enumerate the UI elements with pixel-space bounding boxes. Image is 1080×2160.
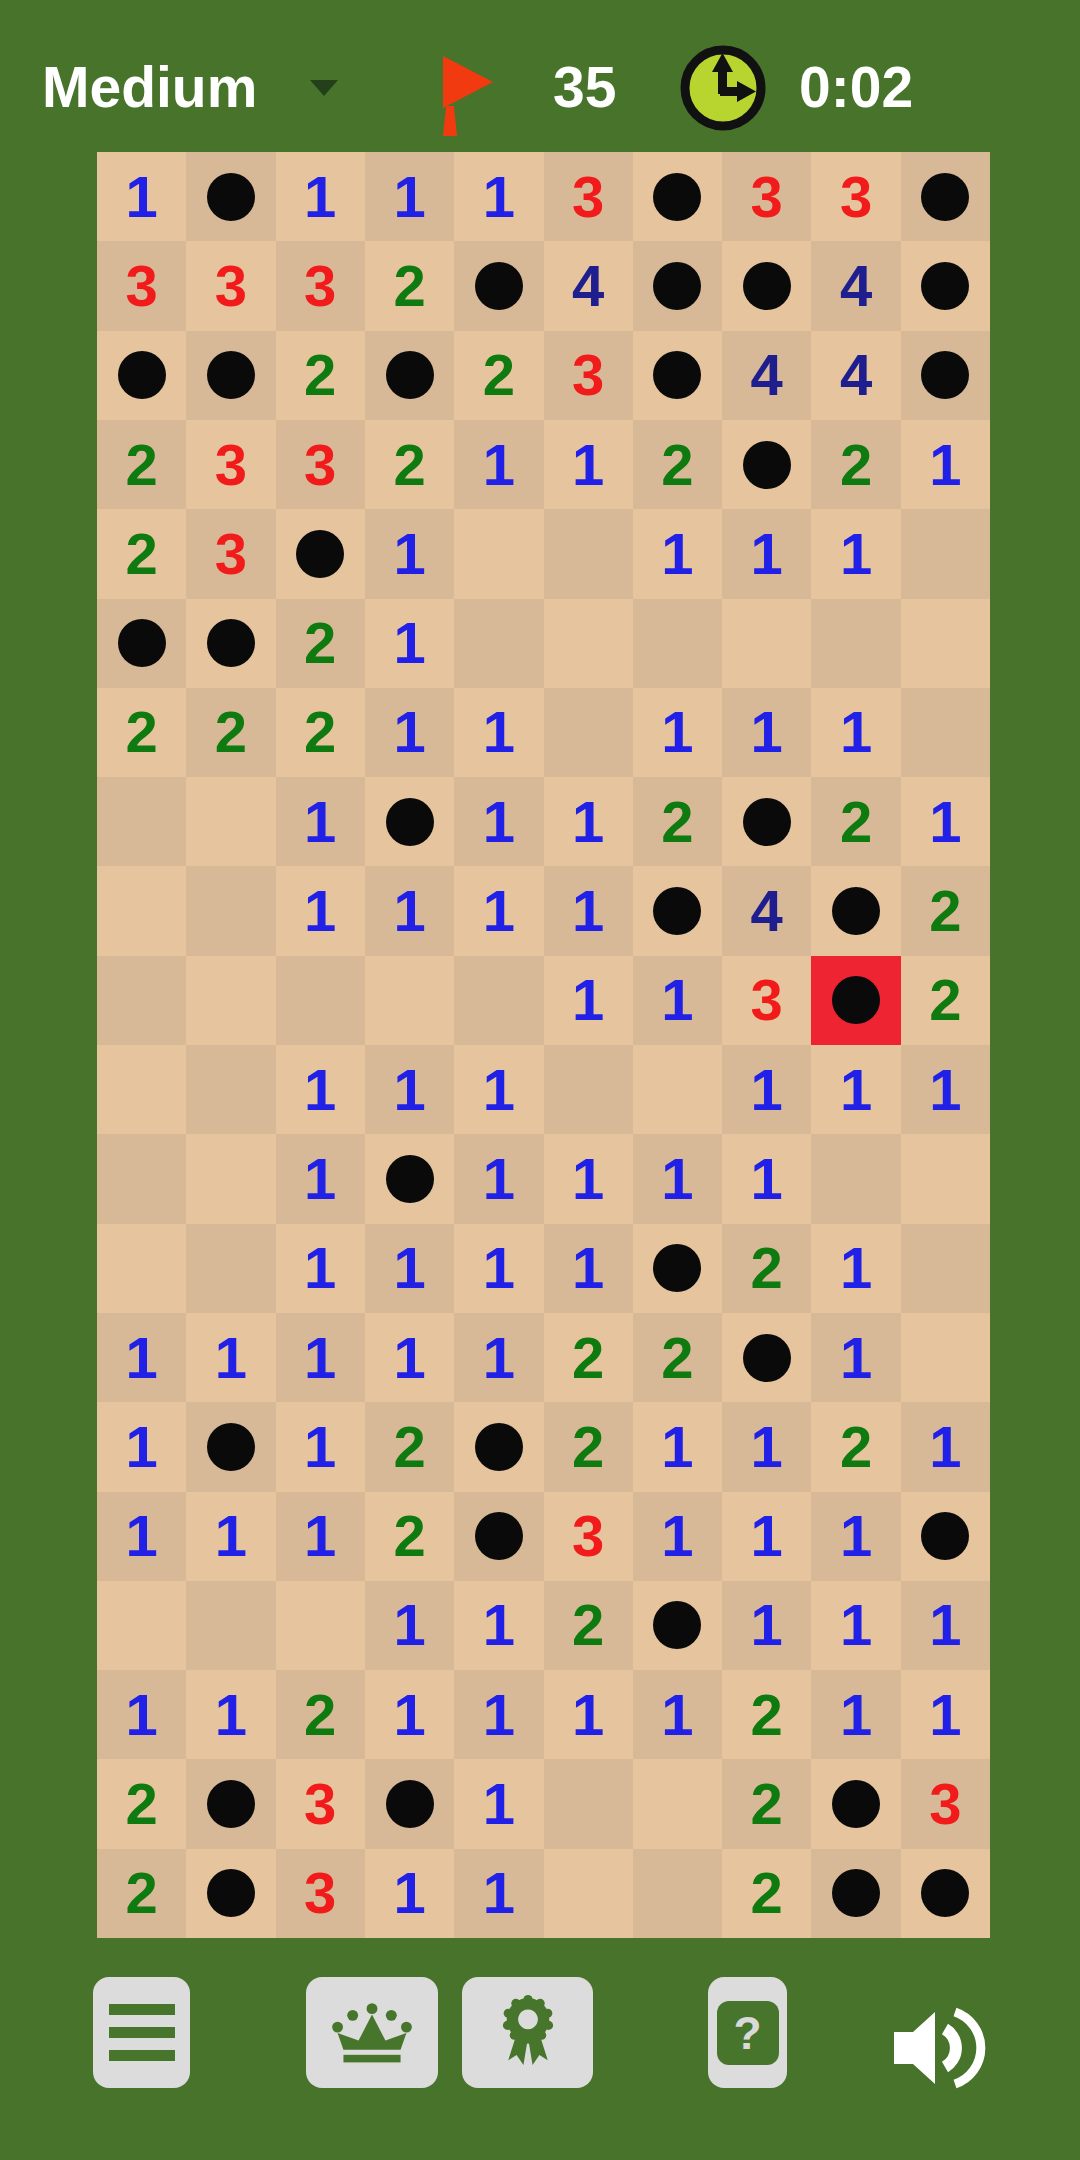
count-1: 1 xyxy=(840,1596,872,1654)
cell-r4c6[interactable]: 1 xyxy=(544,420,633,509)
cell-r9c9[interactable] xyxy=(811,866,900,955)
count-1: 1 xyxy=(126,168,158,226)
cell-r7c1[interactable]: 2 xyxy=(97,688,186,777)
cell-r17c7[interactable] xyxy=(633,1581,722,1670)
cell-r5c8[interactable]: 1 xyxy=(722,509,811,598)
cell-r15c6[interactable]: 2 xyxy=(544,1402,633,1491)
cell-r6c10[interactable] xyxy=(901,599,990,688)
cell-r16c7[interactable]: 1 xyxy=(633,1492,722,1581)
mines-remaining-count: 35 xyxy=(553,54,616,120)
leaderboard-button[interactable] xyxy=(306,1977,438,2088)
count-1: 1 xyxy=(393,525,425,583)
clock-icon xyxy=(679,44,767,132)
cell-r16c6[interactable]: 3 xyxy=(544,1492,633,1581)
cell-r14c7[interactable]: 2 xyxy=(633,1313,722,1402)
count-1: 1 xyxy=(304,1239,336,1297)
cell-r13c9[interactable]: 1 xyxy=(811,1224,900,1313)
count-1: 1 xyxy=(393,1061,425,1119)
cell-r4c10[interactable]: 1 xyxy=(901,420,990,509)
cell-r14c2[interactable]: 1 xyxy=(186,1313,275,1402)
cell-r6c2[interactable] xyxy=(186,599,275,688)
count-4: 4 xyxy=(572,257,604,315)
mine-icon xyxy=(207,1869,255,1917)
cell-r5c1[interactable]: 2 xyxy=(97,509,186,598)
cell-r11c6[interactable] xyxy=(544,1045,633,1134)
cell-r15c9[interactable]: 2 xyxy=(811,1402,900,1491)
cell-r2c3[interactable]: 3 xyxy=(276,241,365,330)
cell-r13c8[interactable]: 2 xyxy=(722,1224,811,1313)
cell-r10c1[interactable] xyxy=(97,956,186,1045)
cell-r16c8[interactable]: 1 xyxy=(722,1492,811,1581)
cell-r17c10[interactable]: 1 xyxy=(901,1581,990,1670)
cell-r1c1[interactable]: 1 xyxy=(97,152,186,241)
cell-r9c8[interactable]: 4 xyxy=(722,866,811,955)
cell-r4c1[interactable]: 2 xyxy=(97,420,186,509)
cell-r15c8[interactable]: 1 xyxy=(722,1402,811,1491)
count-1: 1 xyxy=(304,1418,336,1476)
cell-r9c3[interactable]: 1 xyxy=(276,866,365,955)
cell-r3c6[interactable]: 3 xyxy=(544,331,633,420)
cell-r3c8[interactable]: 4 xyxy=(722,331,811,420)
cell-r19c10[interactable]: 3 xyxy=(901,1759,990,1848)
cell-r10c2[interactable] xyxy=(186,956,275,1045)
cell-r10c10[interactable]: 2 xyxy=(901,956,990,1045)
mine-icon xyxy=(832,1780,880,1828)
count-3: 3 xyxy=(572,1507,604,1565)
count-1: 1 xyxy=(661,971,693,1029)
cell-r11c10[interactable]: 1 xyxy=(901,1045,990,1134)
cell-r11c2[interactable] xyxy=(186,1045,275,1134)
cell-r12c5[interactable]: 1 xyxy=(454,1134,543,1223)
count-2: 2 xyxy=(929,882,961,940)
cell-r13c2[interactable] xyxy=(186,1224,275,1313)
count-1: 1 xyxy=(572,1150,604,1208)
cell-r20c1[interactable]: 2 xyxy=(97,1849,186,1938)
count-2: 2 xyxy=(393,257,425,315)
timer-value: 0:02 xyxy=(799,54,913,120)
cell-r6c9[interactable] xyxy=(811,599,900,688)
cell-r13c10[interactable] xyxy=(901,1224,990,1313)
help-icon: ? xyxy=(717,2001,779,2065)
mine-icon xyxy=(743,441,791,489)
mine-icon xyxy=(207,351,255,399)
cell-r2c10[interactable] xyxy=(901,241,990,330)
cell-r10c4[interactable] xyxy=(365,956,454,1045)
cell-r13c1[interactable] xyxy=(97,1224,186,1313)
cell-r9c1[interactable] xyxy=(97,866,186,955)
count-1: 1 xyxy=(751,1418,783,1476)
cell-r7c3[interactable]: 2 xyxy=(276,688,365,777)
cell-r15c10[interactable]: 1 xyxy=(901,1402,990,1491)
count-1: 1 xyxy=(393,1686,425,1744)
cell-r19c2[interactable] xyxy=(186,1759,275,1848)
cell-r8c6[interactable]: 1 xyxy=(544,777,633,866)
count-2: 2 xyxy=(126,1775,158,1833)
cell-r14c9[interactable]: 1 xyxy=(811,1313,900,1402)
achievements-button[interactable] xyxy=(462,1977,593,2088)
cell-r17c5[interactable]: 1 xyxy=(454,1581,543,1670)
cell-r6c7[interactable] xyxy=(633,599,722,688)
cell-r1c3[interactable]: 1 xyxy=(276,152,365,241)
cell-r19c1[interactable]: 2 xyxy=(97,1759,186,1848)
cell-r8c7[interactable]: 2 xyxy=(633,777,722,866)
cell-r8c8[interactable] xyxy=(722,777,811,866)
cell-r4c8[interactable] xyxy=(722,420,811,509)
cell-r4c5[interactable]: 1 xyxy=(454,420,543,509)
crown-icon xyxy=(330,1999,414,2067)
cell-r1c2[interactable] xyxy=(186,152,275,241)
mine-icon xyxy=(743,798,791,846)
count-1: 1 xyxy=(929,1596,961,1654)
cell-r15c3[interactable]: 1 xyxy=(276,1402,365,1491)
cell-r12c3[interactable]: 1 xyxy=(276,1134,365,1223)
count-1: 1 xyxy=(751,525,783,583)
mine-icon xyxy=(832,1869,880,1917)
cell-r5c5[interactable] xyxy=(454,509,543,598)
cell-r19c5[interactable]: 1 xyxy=(454,1759,543,1848)
count-2: 2 xyxy=(751,1775,783,1833)
mine-icon xyxy=(653,887,701,935)
cell-r19c7[interactable] xyxy=(633,1759,722,1848)
cell-r8c9[interactable]: 2 xyxy=(811,777,900,866)
count-1: 1 xyxy=(483,1329,515,1387)
chevron-down-icon[interactable] xyxy=(310,80,338,96)
cell-r5c10[interactable] xyxy=(901,509,990,598)
cell-r10c7[interactable]: 1 xyxy=(633,956,722,1045)
cell-r10c3[interactable] xyxy=(276,956,365,1045)
cell-r19c8[interactable]: 2 xyxy=(722,1759,811,1848)
count-1: 1 xyxy=(483,1775,515,1833)
sound-on-icon[interactable] xyxy=(888,2002,988,2094)
cell-r9c6[interactable]: 1 xyxy=(544,866,633,955)
cell-r14c10[interactable] xyxy=(901,1313,990,1402)
cell-r6c5[interactable] xyxy=(454,599,543,688)
cell-r1c9[interactable]: 3 xyxy=(811,152,900,241)
count-1: 1 xyxy=(929,1418,961,1476)
cell-r12c1[interactable] xyxy=(97,1134,186,1223)
cell-r4c7[interactable]: 2 xyxy=(633,420,722,509)
cell-r12c6[interactable]: 1 xyxy=(544,1134,633,1223)
cell-r5c9[interactable]: 1 xyxy=(811,509,900,598)
mine-icon xyxy=(386,1780,434,1828)
mine-icon xyxy=(921,262,969,310)
count-1: 1 xyxy=(393,168,425,226)
cell-r13c6[interactable]: 1 xyxy=(544,1224,633,1313)
count-1: 1 xyxy=(304,1507,336,1565)
cell-r11c5[interactable]: 1 xyxy=(454,1045,543,1134)
cell-r1c8[interactable]: 3 xyxy=(722,152,811,241)
menu-button[interactable] xyxy=(93,1977,190,2088)
cell-r18c6[interactable]: 1 xyxy=(544,1670,633,1759)
mine-icon xyxy=(296,530,344,578)
cell-r7c4[interactable]: 1 xyxy=(365,688,454,777)
count-1: 1 xyxy=(126,1507,158,1565)
cell-r18c7[interactable]: 1 xyxy=(633,1670,722,1759)
cell-r18c4[interactable]: 1 xyxy=(365,1670,454,1759)
cell-r9c5[interactable]: 1 xyxy=(454,866,543,955)
cell-r16c3[interactable]: 1 xyxy=(276,1492,365,1581)
cell-r18c5[interactable]: 1 xyxy=(454,1670,543,1759)
cell-r2c8[interactable] xyxy=(722,241,811,330)
cell-r18c10[interactable]: 1 xyxy=(901,1670,990,1759)
cell-r3c7[interactable] xyxy=(633,331,722,420)
cell-r18c2[interactable]: 1 xyxy=(186,1670,275,1759)
count-1: 1 xyxy=(483,1596,515,1654)
count-1: 1 xyxy=(840,703,872,761)
cell-r11c9[interactable]: 1 xyxy=(811,1045,900,1134)
cell-r7c6[interactable] xyxy=(544,688,633,777)
cell-r10c9[interactable] xyxy=(811,956,900,1045)
cell-r20c5[interactable]: 1 xyxy=(454,1849,543,1938)
cell-r13c5[interactable]: 1 xyxy=(454,1224,543,1313)
cell-r11c8[interactable]: 1 xyxy=(722,1045,811,1134)
cell-r4c3[interactable]: 3 xyxy=(276,420,365,509)
count-1: 1 xyxy=(304,168,336,226)
count-1: 1 xyxy=(840,1239,872,1297)
cell-r2c2[interactable]: 3 xyxy=(186,241,275,330)
cell-r11c7[interactable] xyxy=(633,1045,722,1134)
cell-r14c4[interactable]: 1 xyxy=(365,1313,454,1402)
mine-icon xyxy=(653,1244,701,1292)
cell-r5c6[interactable] xyxy=(544,509,633,598)
count-2: 2 xyxy=(840,436,872,494)
cell-r14c6[interactable]: 2 xyxy=(544,1313,633,1402)
mine-icon xyxy=(386,351,434,399)
cell-r20c6[interactable] xyxy=(544,1849,633,1938)
cell-r12c8[interactable]: 1 xyxy=(722,1134,811,1223)
exploded-mine-icon xyxy=(832,976,880,1024)
cell-r17c3[interactable] xyxy=(276,1581,365,1670)
count-2: 2 xyxy=(840,793,872,851)
cell-r7c7[interactable]: 1 xyxy=(633,688,722,777)
cell-r20c2[interactable] xyxy=(186,1849,275,1938)
cell-r2c9[interactable]: 4 xyxy=(811,241,900,330)
cell-r3c3[interactable]: 2 xyxy=(276,331,365,420)
mine-icon xyxy=(743,1334,791,1382)
count-2: 2 xyxy=(304,703,336,761)
cell-r3c9[interactable]: 4 xyxy=(811,331,900,420)
cell-r2c1[interactable]: 3 xyxy=(97,241,186,330)
cell-r17c4[interactable]: 1 xyxy=(365,1581,454,1670)
cell-r12c9[interactable] xyxy=(811,1134,900,1223)
cell-r1c10[interactable] xyxy=(901,152,990,241)
count-1: 1 xyxy=(215,1507,247,1565)
cell-r4c2[interactable]: 3 xyxy=(186,420,275,509)
cell-r16c10[interactable] xyxy=(901,1492,990,1581)
cell-r14c5[interactable]: 1 xyxy=(454,1313,543,1402)
cell-r4c9[interactable]: 2 xyxy=(811,420,900,509)
cell-r20c3[interactable]: 3 xyxy=(276,1849,365,1938)
cell-r6c6[interactable] xyxy=(544,599,633,688)
count-4: 4 xyxy=(751,346,783,404)
cell-r3c1[interactable] xyxy=(97,331,186,420)
count-1: 1 xyxy=(483,793,515,851)
cell-r17c6[interactable]: 2 xyxy=(544,1581,633,1670)
top-bar: Medium 35 0:02 xyxy=(0,0,1080,152)
cell-r7c5[interactable]: 1 xyxy=(454,688,543,777)
cell-r10c8[interactable]: 3 xyxy=(722,956,811,1045)
count-1: 1 xyxy=(840,1061,872,1119)
cell-r7c9[interactable]: 1 xyxy=(811,688,900,777)
cell-r15c4[interactable]: 2 xyxy=(365,1402,454,1491)
cell-r3c5[interactable]: 2 xyxy=(454,331,543,420)
cell-r13c3[interactable]: 1 xyxy=(276,1224,365,1313)
cell-r15c1[interactable]: 1 xyxy=(97,1402,186,1491)
cell-r3c4[interactable] xyxy=(365,331,454,420)
cell-r3c10[interactable] xyxy=(901,331,990,420)
minesweeper-board[interactable]: 1111333333244223442332112212311112122211… xyxy=(97,152,990,1938)
count-1: 1 xyxy=(483,436,515,494)
count-1: 1 xyxy=(304,1329,336,1387)
cell-r5c4[interactable]: 1 xyxy=(365,509,454,598)
count-3: 3 xyxy=(215,436,247,494)
count-1: 1 xyxy=(126,1418,158,1476)
count-1: 1 xyxy=(304,1061,336,1119)
cell-r16c9[interactable]: 1 xyxy=(811,1492,900,1581)
cell-r18c1[interactable]: 1 xyxy=(97,1670,186,1759)
cell-r10c6[interactable]: 1 xyxy=(544,956,633,1045)
cell-r8c2[interactable] xyxy=(186,777,275,866)
cell-r11c1[interactable] xyxy=(97,1045,186,1134)
cell-r20c4[interactable]: 1 xyxy=(365,1849,454,1938)
cell-r18c3[interactable]: 2 xyxy=(276,1670,365,1759)
count-1: 1 xyxy=(304,882,336,940)
count-2: 2 xyxy=(126,1864,158,1922)
cell-r5c2[interactable]: 3 xyxy=(186,509,275,598)
count-3: 3 xyxy=(215,257,247,315)
cell-r17c1[interactable] xyxy=(97,1581,186,1670)
cell-r16c5[interactable] xyxy=(454,1492,543,1581)
cell-r3c2[interactable] xyxy=(186,331,275,420)
cell-r7c8[interactable]: 1 xyxy=(722,688,811,777)
count-1: 1 xyxy=(661,525,693,583)
cell-r11c3[interactable]: 1 xyxy=(276,1045,365,1134)
count-2: 2 xyxy=(661,793,693,851)
count-1: 1 xyxy=(751,1596,783,1654)
count-3: 3 xyxy=(126,257,158,315)
cell-r9c2[interactable] xyxy=(186,866,275,955)
cell-r2c6[interactable]: 4 xyxy=(544,241,633,330)
cell-r19c3[interactable]: 3 xyxy=(276,1759,365,1848)
cell-r14c8[interactable] xyxy=(722,1313,811,1402)
cell-r17c9[interactable]: 1 xyxy=(811,1581,900,1670)
count-1: 1 xyxy=(661,703,693,761)
cell-r12c10[interactable] xyxy=(901,1134,990,1223)
count-1: 1 xyxy=(572,1686,604,1744)
cell-r2c5[interactable] xyxy=(454,241,543,330)
difficulty-selector[interactable]: Medium xyxy=(42,54,257,120)
cell-r6c3[interactable]: 2 xyxy=(276,599,365,688)
mine-icon xyxy=(207,1423,255,1471)
cell-r8c1[interactable] xyxy=(97,777,186,866)
cell-r20c9[interactable] xyxy=(811,1849,900,1938)
count-2: 2 xyxy=(929,971,961,1029)
cell-r9c10[interactable]: 2 xyxy=(901,866,990,955)
cell-r15c7[interactable]: 1 xyxy=(633,1402,722,1491)
cell-r16c1[interactable]: 1 xyxy=(97,1492,186,1581)
cell-r12c4[interactable] xyxy=(365,1134,454,1223)
cell-r2c4[interactable]: 2 xyxy=(365,241,454,330)
count-1: 1 xyxy=(661,1418,693,1476)
cell-r1c4[interactable]: 1 xyxy=(365,152,454,241)
count-4: 4 xyxy=(751,882,783,940)
cell-r20c8[interactable]: 2 xyxy=(722,1849,811,1938)
count-1: 1 xyxy=(483,168,515,226)
count-1: 1 xyxy=(483,1239,515,1297)
cell-r12c2[interactable] xyxy=(186,1134,275,1223)
cell-r7c10[interactable] xyxy=(901,688,990,777)
count-1: 1 xyxy=(840,525,872,583)
cell-r9c7[interactable] xyxy=(633,866,722,955)
cell-r6c8[interactable] xyxy=(722,599,811,688)
cell-r20c7[interactable] xyxy=(633,1849,722,1938)
cell-r10c5[interactable] xyxy=(454,956,543,1045)
count-1: 1 xyxy=(483,1686,515,1744)
cell-r8c10[interactable]: 1 xyxy=(901,777,990,866)
mine-icon xyxy=(386,798,434,846)
cell-r1c5[interactable]: 1 xyxy=(454,152,543,241)
cell-r8c3[interactable]: 1 xyxy=(276,777,365,866)
cell-r1c7[interactable] xyxy=(633,152,722,241)
cell-r7c2[interactable]: 2 xyxy=(186,688,275,777)
cell-r14c3[interactable]: 1 xyxy=(276,1313,365,1402)
mine-icon xyxy=(118,619,166,667)
cell-r15c5[interactable] xyxy=(454,1402,543,1491)
cell-r4c4[interactable]: 2 xyxy=(365,420,454,509)
count-1: 1 xyxy=(751,1061,783,1119)
cell-r8c4[interactable] xyxy=(365,777,454,866)
count-2: 2 xyxy=(126,703,158,761)
cell-r6c4[interactable]: 1 xyxy=(365,599,454,688)
cell-r8c5[interactable]: 1 xyxy=(454,777,543,866)
count-1: 1 xyxy=(215,1329,247,1387)
cell-r12c7[interactable]: 1 xyxy=(633,1134,722,1223)
cell-r18c9[interactable]: 1 xyxy=(811,1670,900,1759)
count-2: 2 xyxy=(751,1239,783,1297)
cell-r9c4[interactable]: 1 xyxy=(365,866,454,955)
cell-r16c2[interactable]: 1 xyxy=(186,1492,275,1581)
mine-icon xyxy=(475,1512,523,1560)
cell-r19c9[interactable] xyxy=(811,1759,900,1848)
cell-r5c7[interactable]: 1 xyxy=(633,509,722,598)
cell-r6c1[interactable] xyxy=(97,599,186,688)
cell-r1c6[interactable]: 3 xyxy=(544,152,633,241)
cell-r14c1[interactable]: 1 xyxy=(97,1313,186,1402)
cell-r15c2[interactable] xyxy=(186,1402,275,1491)
count-1: 1 xyxy=(572,971,604,1029)
cell-r11c4[interactable]: 1 xyxy=(365,1045,454,1134)
cell-r20c10[interactable] xyxy=(901,1849,990,1938)
cell-r16c4[interactable]: 2 xyxy=(365,1492,454,1581)
count-1: 1 xyxy=(751,1150,783,1208)
cell-r5c3[interactable] xyxy=(276,509,365,598)
cell-r19c6[interactable] xyxy=(544,1759,633,1848)
cell-r19c4[interactable] xyxy=(365,1759,454,1848)
cell-r17c8[interactable]: 1 xyxy=(722,1581,811,1670)
help-button[interactable]: ? xyxy=(708,1977,787,2088)
cell-r13c4[interactable]: 1 xyxy=(365,1224,454,1313)
cell-r18c8[interactable]: 2 xyxy=(722,1670,811,1759)
cell-r2c7[interactable] xyxy=(633,241,722,330)
count-1: 1 xyxy=(572,1239,604,1297)
count-1: 1 xyxy=(483,882,515,940)
cell-r13c7[interactable] xyxy=(633,1224,722,1313)
count-1: 1 xyxy=(572,436,604,494)
count-1: 1 xyxy=(304,793,336,851)
count-1: 1 xyxy=(393,882,425,940)
mine-icon xyxy=(653,173,701,221)
cell-r17c2[interactable] xyxy=(186,1581,275,1670)
